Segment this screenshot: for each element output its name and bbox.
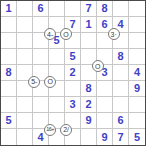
cell-r9c6[interactable] [81,129,97,145]
circle-clue-O-r2c4: O [60,28,72,40]
cell-r2c9[interactable] [129,17,145,33]
circle-clue-4-r2c3: 4- [44,28,56,40]
cell-r4c3[interactable] [33,49,49,65]
cell-r5c9[interactable]: 4 [129,65,145,81]
page: 16787164558823489325964975 4-O3·O5-O16+2… [0,0,150,150]
cell-r7c4[interactable] [49,97,65,113]
cell-r2c1[interactable] [1,17,17,33]
cell-r9c2[interactable] [17,129,33,145]
cell-r8c8[interactable]: 6 [113,113,129,129]
cell-r3c9[interactable] [129,33,145,49]
cell-r3c1[interactable] [1,33,17,49]
cell-r6c6[interactable]: 8 [81,81,97,97]
cell-r2c2[interactable] [17,17,33,33]
cell-r4c2[interactable] [17,49,33,65]
cell-r5c5[interactable]: 2 [65,65,81,81]
cell-r1c2[interactable] [17,1,33,17]
cell-r3c2[interactable] [17,33,33,49]
cell-r6c1[interactable] [1,81,17,97]
cell-r6c9[interactable]: 9 [129,81,145,97]
cell-r9c8[interactable]: 7 [113,129,129,145]
circle-clue-16-r8c3: 16+ [44,124,56,136]
cell-r9c7[interactable]: 9 [97,129,113,145]
cell-r9c1[interactable] [1,129,17,145]
cell-r4c1[interactable] [1,49,17,65]
cell-r8c6[interactable]: 9 [81,113,97,129]
cell-r6c7[interactable] [97,81,113,97]
cell-r5c1[interactable]: 8 [1,65,17,81]
cell-r5c8[interactable] [113,65,129,81]
cell-r4c8[interactable]: 8 [113,49,129,65]
cell-r1c1[interactable]: 1 [1,1,17,17]
cell-r1c5[interactable] [65,1,81,17]
mathrax-grid: 16787164558823489325964975 [1,1,145,145]
cell-r7c3[interactable] [33,97,49,113]
cell-r1c6[interactable]: 7 [81,1,97,17]
circle-clue-O-r4c6: O [92,60,104,72]
cell-r6c8[interactable] [113,81,129,97]
cell-r1c8[interactable] [113,1,129,17]
cell-r7c5[interactable]: 3 [65,97,81,113]
cell-r3c6[interactable] [81,33,97,49]
cell-r7c8[interactable] [113,97,129,113]
cell-r1c9[interactable] [129,1,145,17]
cell-r2c6[interactable]: 1 [81,17,97,33]
circle-clue-2-r8c4: 2/ [60,124,72,136]
cell-r6c5[interactable] [65,81,81,97]
cell-r7c2[interactable] [17,97,33,113]
cell-r4c4[interactable] [49,49,65,65]
circle-clue-3-r2c7: 3· [108,28,120,40]
circle-clue-5-r5c2: 5- [28,76,40,88]
cell-r9c9[interactable]: 5 [129,129,145,145]
circle-clue-O-r5c3: O [44,76,56,88]
cell-r7c7[interactable] [97,97,113,113]
cell-r8c9[interactable] [129,113,145,129]
cell-r1c7[interactable]: 8 [97,1,113,17]
cell-r8c7[interactable] [97,113,113,129]
cell-r4c9[interactable] [129,49,145,65]
cell-r7c1[interactable] [1,97,17,113]
cell-r7c6[interactable]: 2 [81,97,97,113]
cell-r1c3[interactable]: 6 [33,1,49,17]
cell-r8c2[interactable] [17,113,33,129]
cell-r7c9[interactable] [129,97,145,113]
cell-r1c4[interactable] [49,1,65,17]
cell-r8c1[interactable]: 5 [1,113,17,129]
puzzle-board: 16787164558823489325964975 4-O3·O5-O16+2… [0,0,146,146]
cell-r4c5[interactable]: 5 [65,49,81,65]
